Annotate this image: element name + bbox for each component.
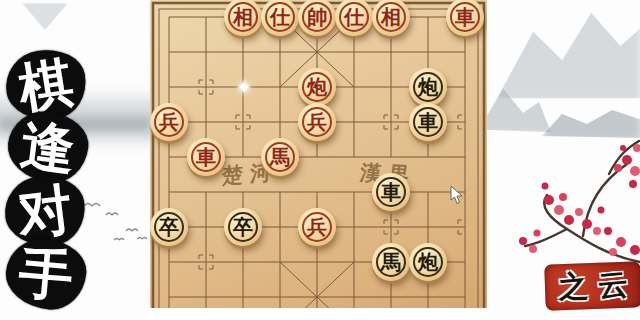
seal-char-1: 之 <box>556 265 589 308</box>
piece-label: 卒 <box>228 212 258 242</box>
piece-black-卒[interactable]: 卒 <box>150 208 188 246</box>
piece-label: 兵 <box>302 212 332 242</box>
piece-label: 車 <box>450 2 480 32</box>
piece-label: 兵 <box>154 107 184 137</box>
art-panel: 之 云 <box>487 0 640 320</box>
piece-label: 卒 <box>154 212 184 242</box>
seal-char-2: 云 <box>596 264 629 307</box>
calligraphy-panel: 棋逢对手 <box>0 0 150 320</box>
sparkle-effect-icon: ✦ <box>234 78 254 98</box>
piece-label: 車 <box>413 107 443 137</box>
xiangqi-board[interactable]: 楚河 漢界 相仕帥仕相車炮炮兵兵車車馬車卒卒兵馬炮 ✦ <box>150 0 487 308</box>
piece-red-車[interactable]: 車 <box>187 138 225 176</box>
piece-black-炮[interactable]: 炮 <box>409 243 447 281</box>
piece-red-兵[interactable]: 兵 <box>150 103 188 141</box>
piece-black-車[interactable]: 車 <box>372 173 410 211</box>
mouse-cursor-icon <box>450 185 464 209</box>
piece-red-馬[interactable]: 馬 <box>261 138 299 176</box>
piece-label: 相 <box>376 2 406 32</box>
piece-black-炮[interactable]: 炮 <box>409 68 447 106</box>
piece-label: 仕 <box>339 2 369 32</box>
piece-red-炮[interactable]: 炮 <box>298 68 336 106</box>
piece-label: 仕 <box>265 2 295 32</box>
piece-label: 炮 <box>302 72 332 102</box>
piece-label: 帥 <box>302 2 332 32</box>
seal-stamp: 之 云 <box>544 261 640 310</box>
piece-black-馬[interactable]: 馬 <box>372 243 410 281</box>
piece-label: 馬 <box>376 247 406 277</box>
piece-label: 車 <box>376 177 406 207</box>
piece-red-兵[interactable]: 兵 <box>298 208 336 246</box>
piece-label: 炮 <box>413 247 443 277</box>
piece-label: 車 <box>191 142 221 172</box>
piece-label: 馬 <box>265 142 295 172</box>
piece-black-車[interactable]: 車 <box>409 103 447 141</box>
piece-black-卒[interactable]: 卒 <box>224 208 262 246</box>
piece-label: 兵 <box>302 107 332 137</box>
piece-label: 相 <box>228 2 258 32</box>
piece-label: 炮 <box>413 72 443 102</box>
piece-red-兵[interactable]: 兵 <box>298 103 336 141</box>
